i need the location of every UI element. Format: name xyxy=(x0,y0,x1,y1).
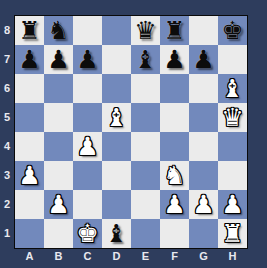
piece-black-knight[interactable]: ♞ xyxy=(44,16,73,45)
piece-black-rook[interactable]: ♜ xyxy=(160,16,189,45)
piece-black-pawn[interactable]: ♟ xyxy=(160,45,189,74)
square-g4[interactable] xyxy=(189,132,218,161)
square-c5[interactable] xyxy=(73,103,102,132)
square-g7[interactable]: ♟ xyxy=(189,45,218,74)
square-b6[interactable] xyxy=(44,74,73,103)
piece-white-knight[interactable]: ♞ xyxy=(160,161,189,190)
piece-black-pawn[interactable]: ♟ xyxy=(44,45,73,74)
square-a3[interactable]: ♟ xyxy=(15,161,44,190)
square-h8[interactable]: ♚ xyxy=(218,16,247,45)
square-c7[interactable]: ♟ xyxy=(73,45,102,74)
square-h6[interactable]: ♝ xyxy=(218,74,247,103)
file-label-e: E xyxy=(131,248,160,266)
square-a1[interactable] xyxy=(15,219,44,248)
square-f2[interactable]: ♟ xyxy=(160,190,189,219)
square-g8[interactable] xyxy=(189,16,218,45)
square-h1[interactable]: ♜ xyxy=(218,219,247,248)
square-h7[interactable] xyxy=(218,45,247,74)
square-f8[interactable]: ♜ xyxy=(160,16,189,45)
piece-white-king[interactable]: ♚ xyxy=(73,219,102,248)
square-d8[interactable] xyxy=(102,16,131,45)
square-f1[interactable] xyxy=(160,219,189,248)
piece-black-pawn[interactable]: ♟ xyxy=(15,45,44,74)
square-c4[interactable]: ♟ xyxy=(73,132,102,161)
piece-black-bishop[interactable]: ♝ xyxy=(131,45,160,74)
square-f3[interactable]: ♞ xyxy=(160,161,189,190)
file-label-a: A xyxy=(15,248,44,266)
file-label-c: C xyxy=(73,248,102,266)
square-g3[interactable] xyxy=(189,161,218,190)
square-h2[interactable]: ♟ xyxy=(218,190,247,219)
file-labels: ABCDEFGH xyxy=(14,248,249,266)
square-d2[interactable] xyxy=(102,190,131,219)
piece-white-queen[interactable]: ♛ xyxy=(218,103,247,132)
file-label-g: G xyxy=(189,248,218,266)
rank-label-3: 3 xyxy=(0,161,14,190)
piece-black-pawn[interactable]: ♟ xyxy=(73,45,102,74)
piece-black-king[interactable]: ♚ xyxy=(218,16,247,45)
square-a2[interactable] xyxy=(15,190,44,219)
square-b1[interactable] xyxy=(44,219,73,248)
square-e5[interactable] xyxy=(131,103,160,132)
square-f5[interactable] xyxy=(160,103,189,132)
chess-board[interactable]: ♜♞♛♜♚♟♟♟♝♟♟♝♝♛♟♟♞♟♟♟♟♚♝♜ xyxy=(14,15,248,249)
rank-label-5: 5 xyxy=(0,103,14,132)
square-d7[interactable] xyxy=(102,45,131,74)
square-a7[interactable]: ♟ xyxy=(15,45,44,74)
piece-black-rook[interactable]: ♜ xyxy=(15,16,44,45)
file-label-b: B xyxy=(44,248,73,266)
square-b4[interactable] xyxy=(44,132,73,161)
square-h4[interactable] xyxy=(218,132,247,161)
square-a6[interactable] xyxy=(15,74,44,103)
rank-label-6: 6 xyxy=(0,74,14,103)
square-c3[interactable] xyxy=(73,161,102,190)
piece-white-pawn[interactable]: ♟ xyxy=(73,132,102,161)
square-c2[interactable] xyxy=(73,190,102,219)
square-b3[interactable] xyxy=(44,161,73,190)
file-label-h: H xyxy=(218,248,247,266)
rank-label-8: 8 xyxy=(0,16,14,45)
square-f4[interactable] xyxy=(160,132,189,161)
square-d5[interactable]: ♝ xyxy=(102,103,131,132)
rank-labels: 87654321 xyxy=(0,15,14,250)
piece-white-pawn[interactable]: ♟ xyxy=(44,190,73,219)
piece-white-pawn[interactable]: ♟ xyxy=(15,161,44,190)
square-g5[interactable] xyxy=(189,103,218,132)
square-c6[interactable] xyxy=(73,74,102,103)
square-g6[interactable] xyxy=(189,74,218,103)
square-e6[interactable] xyxy=(131,74,160,103)
piece-black-queen[interactable]: ♛ xyxy=(131,16,160,45)
piece-white-pawn[interactable]: ♟ xyxy=(189,190,218,219)
square-b2[interactable]: ♟ xyxy=(44,190,73,219)
square-a8[interactable]: ♜ xyxy=(15,16,44,45)
square-g1[interactable] xyxy=(189,219,218,248)
piece-white-pawn[interactable]: ♟ xyxy=(160,190,189,219)
rank-label-7: 7 xyxy=(0,45,14,74)
square-d4[interactable] xyxy=(102,132,131,161)
rank-label-2: 2 xyxy=(0,190,14,219)
piece-white-rook[interactable]: ♜ xyxy=(218,219,247,248)
square-d3[interactable] xyxy=(102,161,131,190)
square-f7[interactable]: ♟ xyxy=(160,45,189,74)
square-e1[interactable] xyxy=(131,219,160,248)
file-label-d: D xyxy=(102,248,131,266)
square-e4[interactable] xyxy=(131,132,160,161)
square-e8[interactable]: ♛ xyxy=(131,16,160,45)
square-d6[interactable] xyxy=(102,74,131,103)
piece-white-bishop[interactable]: ♝ xyxy=(102,103,131,132)
piece-black-pawn[interactable]: ♟ xyxy=(189,45,218,74)
square-a5[interactable] xyxy=(15,103,44,132)
square-b5[interactable] xyxy=(44,103,73,132)
square-d1[interactable]: ♝ xyxy=(102,219,131,248)
square-h5[interactable]: ♛ xyxy=(218,103,247,132)
square-e2[interactable] xyxy=(131,190,160,219)
square-b8[interactable]: ♞ xyxy=(44,16,73,45)
square-b7[interactable]: ♟ xyxy=(44,45,73,74)
square-h3[interactable] xyxy=(218,161,247,190)
rank-label-4: 4 xyxy=(0,132,14,161)
square-e3[interactable] xyxy=(131,161,160,190)
square-g2[interactable]: ♟ xyxy=(189,190,218,219)
square-f6[interactable] xyxy=(160,74,189,103)
square-a4[interactable] xyxy=(15,132,44,161)
piece-white-pawn[interactable]: ♟ xyxy=(218,190,247,219)
file-label-f: F xyxy=(160,248,189,266)
chess-diagram: 87654321 ♜♞♛♜♚♟♟♟♝♟♟♝♝♛♟♟♞♟♟♟♟♚♝♜ ABCDEF… xyxy=(0,0,267,268)
square-c8[interactable] xyxy=(73,16,102,45)
piece-black-bishop[interactable]: ♝ xyxy=(102,219,131,248)
piece-white-bishop[interactable]: ♝ xyxy=(218,74,247,103)
square-e7[interactable]: ♝ xyxy=(131,45,160,74)
rank-label-1: 1 xyxy=(0,219,14,248)
square-c1[interactable]: ♚ xyxy=(73,219,102,248)
